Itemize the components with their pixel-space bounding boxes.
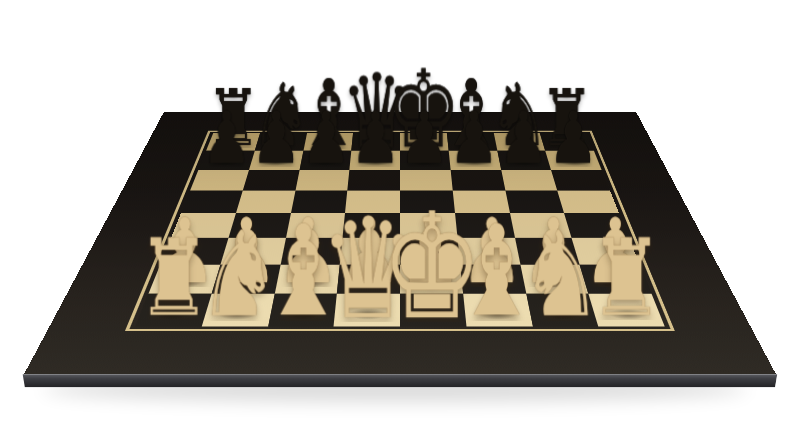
board-grid: ♜♞♝♛♚♝♞♜♟♟♟♟♟♟♟♟♟♟♟♟♟♟♟♟♜♞♝♛♚♝♞♜ xyxy=(135,133,664,327)
square-g1: ♞ xyxy=(526,294,599,327)
square-g7: ♟ xyxy=(497,151,551,170)
board-front-edge xyxy=(23,374,778,387)
square-f7: ♟ xyxy=(448,151,500,170)
square-h6 xyxy=(551,170,610,191)
square-b7: ♟ xyxy=(249,151,303,170)
chess-set-photo: ♜♞♝♛♚♝♞♜♟♟♟♟♟♟♟♟♟♟♟♟♟♟♟♟♜♞♝♛♚♝♞♜ xyxy=(0,0,800,446)
square-a6 xyxy=(190,170,249,191)
square-d7: ♟ xyxy=(350,151,400,170)
scene: ♜♞♝♛♚♝♞♜♟♟♟♟♟♟♟♟♟♟♟♟♟♟♟♟♜♞♝♛♚♝♞♜ xyxy=(0,0,800,446)
square-g6 xyxy=(501,170,558,191)
square-b6 xyxy=(243,170,300,191)
square-h7: ♟ xyxy=(545,151,601,170)
square-a7: ♟ xyxy=(198,151,254,170)
chess-board: ♜♞♝♛♚♝♞♜♟♟♟♟♟♟♟♟♟♟♟♟♟♟♟♟♜♞♝♛♚♝♞♜ xyxy=(24,112,776,375)
square-h1: ♜ xyxy=(589,294,665,327)
square-c7: ♟ xyxy=(299,151,351,170)
square-e7: ♟ xyxy=(400,151,450,170)
